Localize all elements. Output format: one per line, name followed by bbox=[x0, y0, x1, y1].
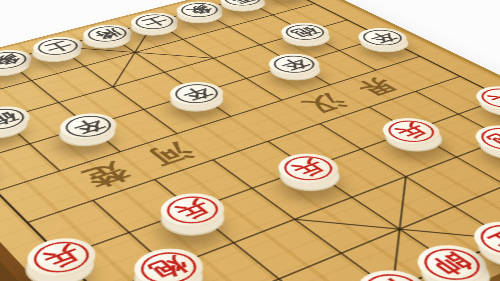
piece-glyph: 士 bbox=[138, 15, 171, 28]
piece-glyph: 兵 bbox=[390, 122, 432, 141]
piece-glyph: 炮 bbox=[144, 254, 193, 281]
piece-glyph: 馬 bbox=[227, 0, 259, 5]
piece-glyph: 兵 bbox=[287, 158, 330, 179]
piece-glyph: 炮 bbox=[483, 129, 500, 149]
piece-glyph: 卒 bbox=[365, 31, 400, 45]
river-character: 汉 bbox=[296, 90, 355, 117]
piece-glyph: 仕 bbox=[367, 276, 419, 281]
piece-glyph: 卒 bbox=[178, 85, 216, 102]
piece-glyph: 仕 bbox=[483, 226, 500, 252]
board: 楚河汉界 車馬象士將士象馬車砲砲卒卒卒卒卒兵兵兵兵兵炮炮俥傌相仕帥仕相傌俥 bbox=[0, 0, 500, 281]
piece-glyph: 砲 bbox=[0, 110, 21, 128]
river-text: 楚河汉界 bbox=[76, 74, 407, 192]
river-character: 河 bbox=[141, 139, 203, 170]
piece-glyph: 兵 bbox=[483, 89, 500, 106]
piece-glyph: 象 bbox=[183, 4, 216, 16]
piece-glyph: 帥 bbox=[427, 250, 478, 278]
river-character: 楚 bbox=[76, 159, 140, 193]
piece-glyph: 將 bbox=[90, 27, 124, 41]
piece-glyph: 卒 bbox=[69, 117, 108, 136]
photo-stage: 楚河汉界 車馬象士將士象馬車砲砲卒卒卒卒卒兵兵兵兵兵炮炮俥傌相仕帥仕相傌俥 bbox=[0, 0, 500, 281]
river-character: 界 bbox=[348, 74, 406, 99]
piece-glyph: 象 bbox=[0, 53, 24, 68]
piece-glyph: 兵 bbox=[170, 198, 215, 222]
piece-glyph: 士 bbox=[41, 40, 75, 54]
piece-glyph: 砲 bbox=[288, 25, 323, 39]
piece-glyph: 卒 bbox=[276, 57, 313, 72]
piece-glyph: 兵 bbox=[38, 243, 86, 270]
